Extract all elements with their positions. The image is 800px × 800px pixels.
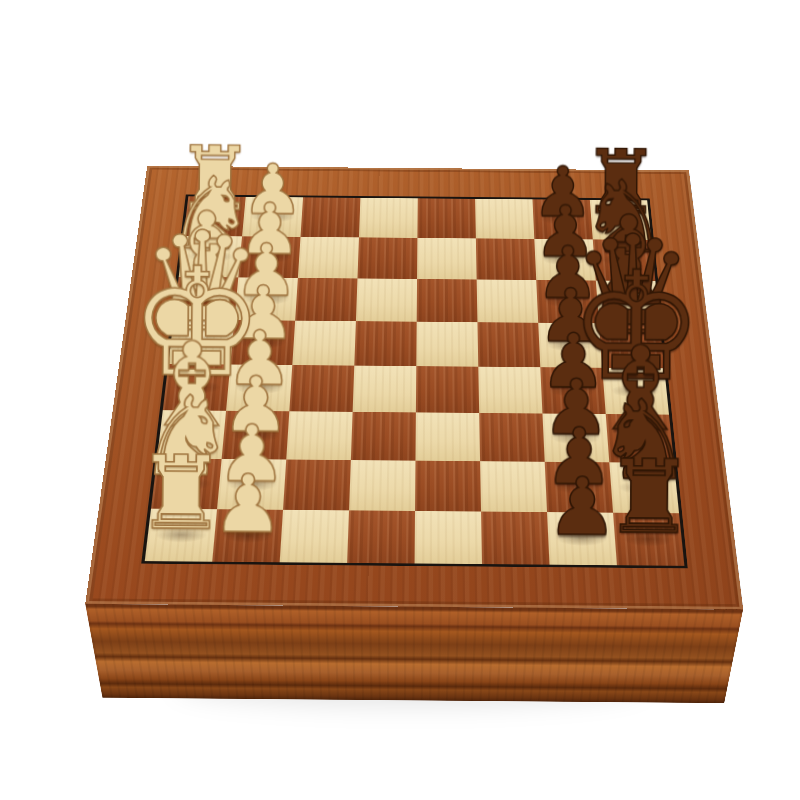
chess-box: ♜♟♟♜♞♟♟♞♝♟♟♝♛♟♟♛♚♟♟♚♝♟♟♝♞♟♟♞♜♟♟♜ <box>85 166 743 610</box>
product-photo-scene: ♜♟♟♜♞♟♟♞♝♟♟♝♛♟♟♛♚♟♟♚♝♟♟♝♞♟♟♞♜♟♟♜ <box>0 0 800 800</box>
pieces-layer: ♜♟♟♜♞♟♟♞♝♟♟♝♛♟♟♛♚♟♟♚♝♟♟♝♞♟♟♞♜♟♟♜ <box>85 166 743 610</box>
board-frame: ♜♟♟♜♞♟♟♞♝♟♟♝♛♟♟♛♚♟♟♚♝♟♟♝♞♟♟♞♜♟♟♜ <box>85 166 743 610</box>
wood-grain <box>85 604 743 703</box>
box-front-side <box>85 604 743 703</box>
